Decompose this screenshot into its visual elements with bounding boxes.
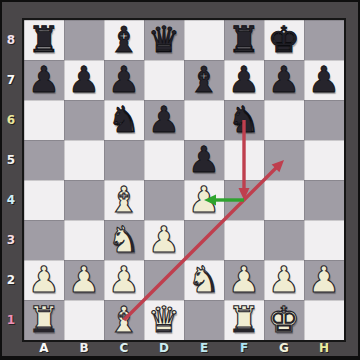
square-c4[interactable]: ♝ — [104, 180, 144, 220]
file-label-G: G — [264, 340, 304, 356]
square-d8[interactable]: ♛ — [144, 20, 184, 60]
square-c3[interactable]: ♞ — [104, 220, 144, 260]
file-label-E: E — [184, 340, 224, 356]
black-pawn[interactable]: ♟ — [268, 60, 300, 100]
square-e2[interactable]: ♞ — [184, 260, 224, 300]
square-b8[interactable] — [64, 20, 104, 60]
square-a5[interactable] — [24, 140, 64, 180]
square-g7[interactable]: ♟ — [264, 60, 304, 100]
black-pawn[interactable]: ♟ — [28, 60, 60, 100]
square-c8[interactable]: ♝ — [104, 20, 144, 60]
square-e4[interactable]: ♟ — [184, 180, 224, 220]
file-label-H: H — [304, 340, 344, 356]
square-h7[interactable]: ♟ — [304, 60, 344, 100]
square-b5[interactable] — [64, 140, 104, 180]
rank-label-2: 2 — [0, 260, 22, 300]
black-king[interactable]: ♚ — [268, 20, 300, 60]
file-label-C: C — [104, 340, 144, 356]
white-rook[interactable]: ♜ — [28, 300, 60, 340]
square-f5[interactable] — [224, 140, 264, 180]
black-bishop[interactable]: ♝ — [188, 60, 220, 100]
square-e6[interactable] — [184, 100, 224, 140]
square-g6[interactable] — [264, 100, 304, 140]
rank-label-4: 4 — [0, 180, 22, 220]
square-d1[interactable]: ♛ — [144, 300, 184, 340]
square-f8[interactable]: ♜ — [224, 20, 264, 60]
black-knight[interactable]: ♞ — [108, 100, 140, 140]
square-g3[interactable] — [264, 220, 304, 260]
file-label-F: F — [224, 340, 264, 356]
white-queen[interactable]: ♛ — [148, 300, 180, 340]
square-c6[interactable]: ♞ — [104, 100, 144, 140]
square-f4[interactable] — [224, 180, 264, 220]
square-b3[interactable] — [64, 220, 104, 260]
square-h2[interactable]: ♟ — [304, 260, 344, 300]
square-e7[interactable]: ♝ — [184, 60, 224, 100]
white-pawn[interactable]: ♟ — [148, 220, 180, 260]
square-g1[interactable]: ♚ — [264, 300, 304, 340]
square-c2[interactable]: ♟ — [104, 260, 144, 300]
white-knight[interactable]: ♞ — [188, 260, 220, 300]
square-e5[interactable]: ♟ — [184, 140, 224, 180]
square-e3[interactable] — [184, 220, 224, 260]
black-knight[interactable]: ♞ — [228, 100, 260, 140]
black-rook[interactable]: ♜ — [28, 20, 60, 60]
white-pawn[interactable]: ♟ — [188, 180, 220, 220]
square-f3[interactable] — [224, 220, 264, 260]
white-pawn[interactable]: ♟ — [108, 260, 140, 300]
white-bishop[interactable]: ♝ — [108, 300, 140, 340]
square-f7[interactable]: ♟ — [224, 60, 264, 100]
square-a3[interactable] — [24, 220, 64, 260]
square-a4[interactable] — [24, 180, 64, 220]
black-pawn[interactable]: ♟ — [68, 60, 100, 100]
square-d5[interactable] — [144, 140, 184, 180]
square-a2[interactable]: ♟ — [24, 260, 64, 300]
file-label-B: B — [64, 340, 104, 356]
square-f1[interactable]: ♜ — [224, 300, 264, 340]
rank-label-7: 7 — [0, 60, 22, 100]
square-g4[interactable] — [264, 180, 304, 220]
white-king[interactable]: ♚ — [268, 300, 300, 340]
white-bishop[interactable]: ♝ — [108, 180, 140, 220]
square-h5[interactable] — [304, 140, 344, 180]
black-pawn[interactable]: ♟ — [188, 140, 220, 180]
white-pawn[interactable]: ♟ — [228, 260, 260, 300]
black-bishop[interactable]: ♝ — [108, 20, 140, 60]
square-f6[interactable]: ♞ — [224, 100, 264, 140]
rank-label-8: 8 — [0, 20, 22, 60]
chess-board: ♜♝♛♜♚♟♟♟♝♟♟♟♞♟♞♟♝♟♞♟♟♟♟♞♟♟♟♜♝♛♜♚ — [24, 20, 344, 340]
square-c1[interactable]: ♝ — [104, 300, 144, 340]
square-b6[interactable] — [64, 100, 104, 140]
square-h3[interactable] — [304, 220, 344, 260]
square-d4[interactable] — [144, 180, 184, 220]
black-pawn[interactable]: ♟ — [148, 100, 180, 140]
rank-label-5: 5 — [0, 140, 22, 180]
square-g5[interactable] — [264, 140, 304, 180]
black-pawn[interactable]: ♟ — [108, 60, 140, 100]
rank-label-6: 6 — [0, 100, 22, 140]
square-c5[interactable] — [104, 140, 144, 180]
square-h4[interactable] — [304, 180, 344, 220]
black-rook[interactable]: ♜ — [228, 20, 260, 60]
white-knight[interactable]: ♞ — [108, 220, 140, 260]
square-d3[interactable]: ♟ — [144, 220, 184, 260]
square-b1[interactable] — [64, 300, 104, 340]
black-pawn[interactable]: ♟ — [228, 60, 260, 100]
square-d2[interactable] — [144, 260, 184, 300]
white-rook[interactable]: ♜ — [228, 300, 260, 340]
white-pawn[interactable]: ♟ — [308, 260, 340, 300]
chess-board-widget: ♜♝♛♜♚♟♟♟♝♟♟♟♞♟♞♟♝♟♞♟♟♟♟♞♟♟♟♜♝♛♜♚ 8765432… — [0, 0, 360, 360]
square-b4[interactable] — [64, 180, 104, 220]
square-c7[interactable]: ♟ — [104, 60, 144, 100]
square-h6[interactable] — [304, 100, 344, 140]
white-pawn[interactable]: ♟ — [268, 260, 300, 300]
file-label-A: A — [24, 340, 64, 356]
square-g2[interactable]: ♟ — [264, 260, 304, 300]
square-a1[interactable]: ♜ — [24, 300, 64, 340]
square-e8[interactable] — [184, 20, 224, 60]
white-pawn[interactable]: ♟ — [28, 260, 60, 300]
black-pawn[interactable]: ♟ — [308, 60, 340, 100]
square-e1[interactable] — [184, 300, 224, 340]
square-a7[interactable]: ♟ — [24, 60, 64, 100]
square-b7[interactable]: ♟ — [64, 60, 104, 100]
square-b2[interactable]: ♟ — [64, 260, 104, 300]
square-f2[interactable]: ♟ — [224, 260, 264, 300]
white-pawn[interactable]: ♟ — [68, 260, 100, 300]
square-h8[interactable] — [304, 20, 344, 60]
file-label-D: D — [144, 340, 184, 356]
black-queen[interactable]: ♛ — [148, 20, 180, 60]
square-a6[interactable] — [24, 100, 64, 140]
square-d7[interactable] — [144, 60, 184, 100]
rank-label-3: 3 — [0, 220, 22, 260]
rank-label-1: 1 — [0, 300, 22, 340]
square-h1[interactable] — [304, 300, 344, 340]
square-d6[interactable]: ♟ — [144, 100, 184, 140]
square-g8[interactable]: ♚ — [264, 20, 304, 60]
square-a8[interactable]: ♜ — [24, 20, 64, 60]
